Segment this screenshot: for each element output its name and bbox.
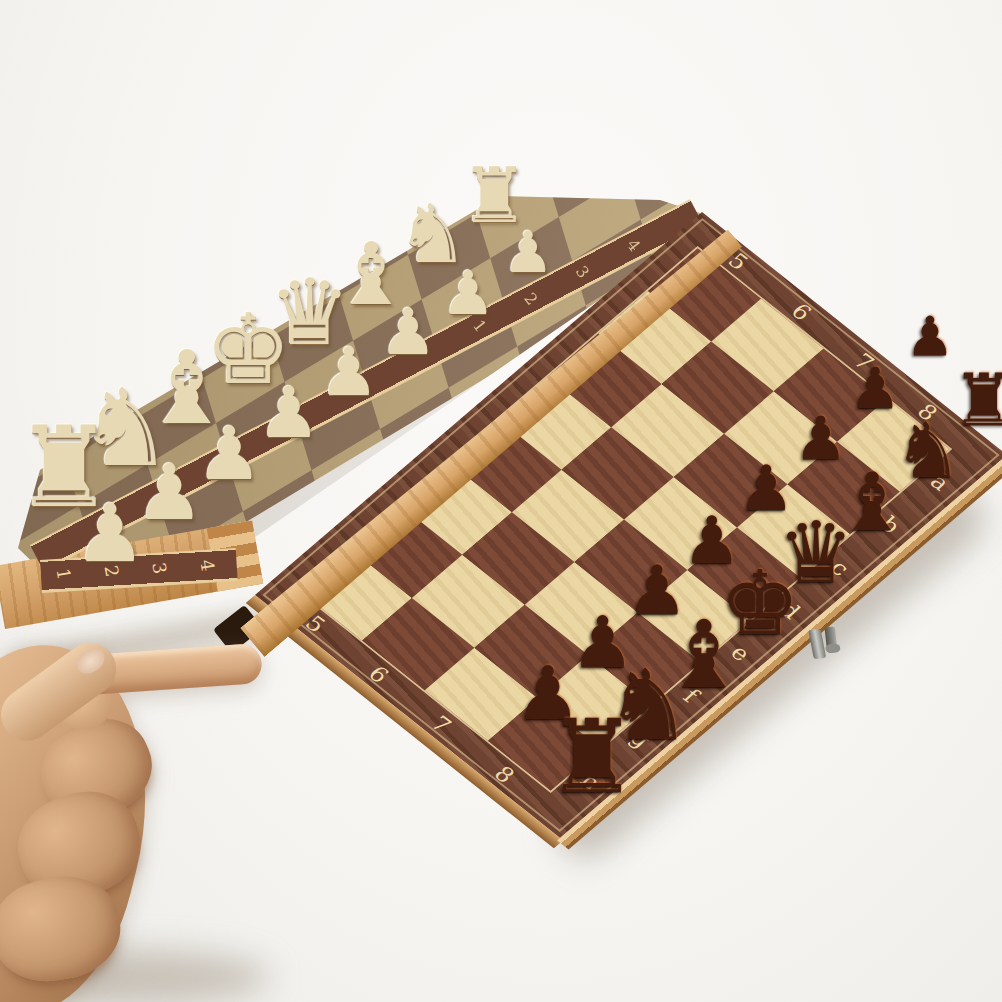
piece-white-pawn: ♟ xyxy=(441,262,495,322)
rank-glyph-3: 3 xyxy=(148,556,172,581)
piece-white-pawn: ♟ xyxy=(319,340,379,407)
piece-white-pawn: ♟ xyxy=(258,378,321,448)
rank-glyph-4: 4 xyxy=(195,553,219,578)
piece-white-pawn: ♟ xyxy=(502,224,553,281)
scene: 1234 1234 55667788hgfedcba ♜♞♝♚♛♝♞♜♟♟♟♟♟… xyxy=(0,0,1002,1002)
piece-white-pawn: ♟ xyxy=(74,494,146,574)
piece-white-pawn: ♟ xyxy=(380,301,437,365)
latch-pin xyxy=(825,643,841,653)
piece-black-rook: ♜ xyxy=(546,706,637,808)
seam-rank-glyph-2: 2 xyxy=(516,284,546,315)
piece-black-pawn: ♟ xyxy=(906,310,954,364)
thumb-nail xyxy=(72,643,109,678)
pointing-hand xyxy=(0,626,288,1002)
piece-white-pawn: ♟ xyxy=(197,417,263,490)
seam-rank-glyph-4: 4 xyxy=(619,230,649,261)
rank-glyph-1: 1 xyxy=(52,561,76,586)
seam-rank-glyph-3: 3 xyxy=(568,257,598,288)
